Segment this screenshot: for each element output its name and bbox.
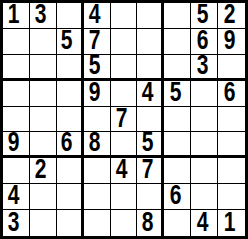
cell-r9c6[interactable]: 8: [137, 210, 164, 236]
cell-r6c8[interactable]: [191, 132, 218, 158]
cell-r2c3[interactable]: 5: [57, 29, 84, 55]
cell-r2c2[interactable]: [30, 29, 57, 55]
cell-r1c6[interactable]: [137, 3, 164, 29]
cell-digit: 6: [169, 184, 181, 210]
cell-r5c7[interactable]: [164, 107, 191, 133]
cell-r8c3[interactable]: [57, 184, 84, 210]
cell-r9c4[interactable]: [84, 210, 111, 236]
cell-r3c3[interactable]: [57, 55, 84, 81]
cell-r1c8[interactable]: 5: [191, 3, 218, 29]
cell-digit: 5: [89, 55, 101, 81]
cell-digit: 5: [142, 132, 154, 158]
cell-r9c9[interactable]: 1: [218, 210, 245, 236]
cell-r7c4[interactable]: [84, 158, 111, 184]
cell-r4c6[interactable]: 4: [137, 81, 164, 107]
cell-r8c2[interactable]: [30, 184, 57, 210]
cell-r6c1[interactable]: 9: [3, 132, 30, 158]
cell-r5c2[interactable]: [30, 107, 57, 133]
cell-digit: 4: [196, 210, 208, 236]
cell-r2c1[interactable]: [3, 29, 30, 55]
cell-digit: 3: [196, 55, 208, 81]
cell-digit: 1: [8, 3, 20, 29]
cell-digit: 4: [8, 184, 20, 210]
cell-r6c5[interactable]: [111, 132, 138, 158]
cell-digit: 1: [224, 210, 236, 236]
cell-digit: 5: [61, 29, 73, 55]
cell-digit: 7: [89, 29, 101, 55]
cell-r5c5[interactable]: 7: [111, 107, 138, 133]
cell-r2c9[interactable]: 9: [218, 29, 245, 55]
cell-digit: 9: [8, 132, 20, 158]
cell-digit: 8: [142, 210, 154, 236]
cell-r7c6[interactable]: 7: [137, 158, 164, 184]
cell-r5c9[interactable]: [218, 107, 245, 133]
cell-r6c2[interactable]: [30, 132, 57, 158]
cell-r7c8[interactable]: [191, 158, 218, 184]
cell-r6c9[interactable]: [218, 132, 245, 158]
cell-r3c1[interactable]: [3, 55, 30, 81]
cell-r7c7[interactable]: [164, 158, 191, 184]
cell-r4c4[interactable]: 9: [84, 81, 111, 107]
cell-r9c7[interactable]: [164, 210, 191, 236]
cell-r9c2[interactable]: [30, 210, 57, 236]
cell-r8c9[interactable]: [218, 184, 245, 210]
cell-r6c7[interactable]: [164, 132, 191, 158]
cell-r2c5[interactable]: [111, 29, 138, 55]
cell-r7c9[interactable]: [218, 158, 245, 184]
cell-digit: 7: [142, 158, 154, 184]
cell-digit: 3: [8, 210, 20, 236]
cell-r5c3[interactable]: [57, 107, 84, 133]
cell-r1c3[interactable]: [57, 3, 84, 29]
cell-r1c7[interactable]: [164, 3, 191, 29]
cell-r3c2[interactable]: [30, 55, 57, 81]
cell-r9c8[interactable]: 4: [191, 210, 218, 236]
cell-r4c3[interactable]: [57, 81, 84, 107]
cell-r4c1[interactable]: [3, 81, 30, 107]
cell-r2c4[interactable]: 7: [84, 29, 111, 55]
cell-r3c8[interactable]: 3: [191, 55, 218, 81]
cell-r3c5[interactable]: [111, 55, 138, 81]
cell-digit: 9: [89, 81, 101, 107]
cell-r8c8[interactable]: [191, 184, 218, 210]
cell-r9c5[interactable]: [111, 210, 138, 236]
cell-r1c5[interactable]: [111, 3, 138, 29]
cell-r5c4[interactable]: [84, 107, 111, 133]
cell-r4c9[interactable]: 6: [218, 81, 245, 107]
cell-digit: 4: [89, 3, 101, 29]
cell-digit: 6: [61, 132, 73, 158]
cell-r1c1[interactable]: 1: [3, 3, 30, 29]
cell-r7c3[interactable]: [57, 158, 84, 184]
cell-digit: 4: [142, 81, 154, 107]
cell-r9c1[interactable]: 3: [3, 210, 30, 236]
cell-r3c6[interactable]: [137, 55, 164, 81]
cell-r7c2[interactable]: 2: [30, 158, 57, 184]
cell-digit: 6: [196, 29, 208, 55]
cell-r7c5[interactable]: 4: [111, 158, 138, 184]
cell-r2c6[interactable]: [137, 29, 164, 55]
cell-digit: 8: [89, 132, 101, 158]
cell-r3c7[interactable]: [164, 55, 191, 81]
cell-r9c3[interactable]: [57, 210, 84, 236]
cell-r8c1[interactable]: 4: [3, 184, 30, 210]
cell-digit: 2: [35, 158, 47, 184]
cell-digit: 2: [224, 3, 236, 29]
cell-r7c1[interactable]: [3, 158, 30, 184]
cell-digit: 4: [116, 158, 128, 184]
cell-digit: 9: [224, 29, 236, 55]
cell-r4c5[interactable]: [111, 81, 138, 107]
cell-digit: 6: [224, 81, 236, 107]
cell-r3c4[interactable]: 5: [84, 55, 111, 81]
cell-r8c4[interactable]: [84, 184, 111, 210]
cell-r3c9[interactable]: [218, 55, 245, 81]
cell-r2c8[interactable]: 6: [191, 29, 218, 55]
cell-r1c2[interactable]: 3: [30, 3, 57, 29]
cell-r5c1[interactable]: [3, 107, 30, 133]
sudoku-board: 13452576953945679685247463841: [0, 0, 248, 239]
cell-r8c6[interactable]: [137, 184, 164, 210]
cell-r5c8[interactable]: [191, 107, 218, 133]
cell-digit: 5: [196, 3, 208, 29]
cell-r5c6[interactable]: [137, 107, 164, 133]
cell-r6c3[interactable]: 6: [57, 132, 84, 158]
cell-r4c8[interactable]: [191, 81, 218, 107]
cell-digit: 7: [116, 107, 128, 133]
cell-digit: 3: [35, 3, 47, 29]
cell-r2c7[interactable]: [164, 29, 191, 55]
cell-r4c7[interactable]: 5: [164, 81, 191, 107]
cell-r8c5[interactable]: [111, 184, 138, 210]
cell-digit: 5: [169, 81, 181, 107]
cell-r8c7[interactable]: 6: [164, 184, 191, 210]
cell-r6c4[interactable]: 8: [84, 132, 111, 158]
cell-r1c4[interactable]: 4: [84, 3, 111, 29]
cell-r6c6[interactable]: 5: [137, 132, 164, 158]
cell-r1c9[interactable]: 2: [218, 3, 245, 29]
cell-r4c2[interactable]: [30, 81, 57, 107]
